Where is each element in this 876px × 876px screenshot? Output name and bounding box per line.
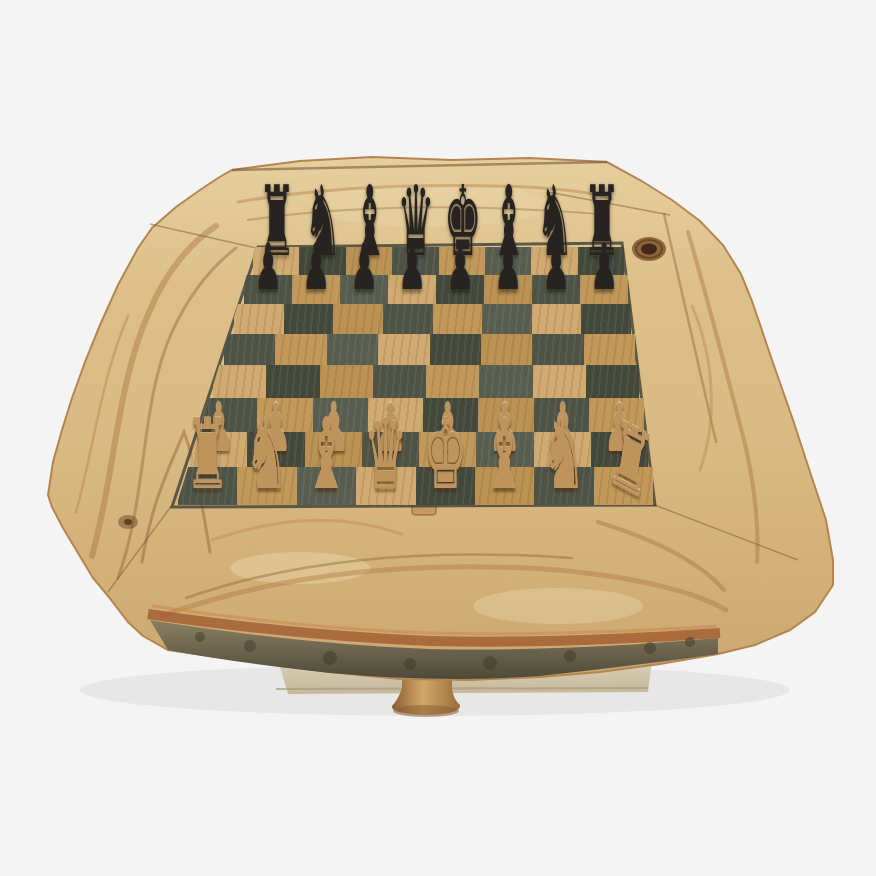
white-rook[interactable]: ♜ <box>183 406 232 503</box>
black-pawn[interactable]: ♟ <box>345 235 383 299</box>
black-pawn[interactable]: ♟ <box>393 235 431 299</box>
white-bishop[interactable]: ♝ <box>480 406 529 503</box>
board-cell: ♟ <box>292 275 340 304</box>
black-pawn[interactable]: ♟ <box>249 235 287 299</box>
board-cell: ♟ <box>436 275 484 304</box>
board-cell: ♜ <box>594 467 653 505</box>
board-cell: ♟ <box>244 275 292 304</box>
board-cell: ♞ <box>534 467 593 505</box>
board-cell <box>532 334 583 365</box>
black-pawn[interactable]: ♟ <box>537 235 575 299</box>
black-pawn[interactable]: ♟ <box>441 235 479 299</box>
board-cell: ♚ <box>416 467 475 505</box>
board-cell: ♝ <box>297 467 356 505</box>
board-cell <box>224 334 275 365</box>
board-cell <box>234 304 284 334</box>
board-cell <box>378 334 429 365</box>
chess-pieces: ♜♞♝♛♚♝♞♜♟♟♟♟♟♟♟♟♟♟♟♟♟♟♟♟♜♞♝♛♚♝♞♜ <box>170 243 670 523</box>
white-king[interactable]: ♚ <box>421 406 470 503</box>
board-cell <box>584 334 635 365</box>
white-knight[interactable]: ♞ <box>243 406 292 503</box>
board-cell <box>482 304 532 334</box>
black-pawn[interactable]: ♟ <box>585 235 623 299</box>
board-cell <box>333 304 383 334</box>
board-cell: ♟ <box>340 275 388 304</box>
board-cell: ♟ <box>532 275 580 304</box>
board-cell: ♟ <box>484 275 532 304</box>
board-cell <box>433 304 483 334</box>
board-cell: ♝ <box>475 467 534 505</box>
board-cell: ♟ <box>580 275 628 304</box>
black-pawn[interactable]: ♟ <box>489 235 527 299</box>
black-pawn[interactable]: ♟ <box>297 235 335 299</box>
white-knight[interactable]: ♞ <box>540 406 589 503</box>
chess-table-photo: ♜♞♝♛♚♝♞♜♟♟♟♟♟♟♟♟♟♟♟♟♟♟♟♟♜♞♝♛♚♝♞♜ <box>0 0 876 876</box>
board-cell <box>284 304 334 334</box>
board-cell <box>532 304 582 334</box>
board-cell <box>275 334 326 365</box>
board-cell <box>481 334 532 365</box>
board-cell: ♜ <box>178 467 237 505</box>
board-cell: ♛ <box>356 467 415 505</box>
white-bishop[interactable]: ♝ <box>302 406 351 503</box>
white-queen[interactable]: ♛ <box>361 406 410 503</box>
board-cell <box>383 304 433 334</box>
board-cell <box>327 334 378 365</box>
board-cell <box>581 304 631 334</box>
board-cell <box>430 334 481 365</box>
board-cell: ♞ <box>237 467 296 505</box>
board-cell: ♟ <box>388 275 436 304</box>
